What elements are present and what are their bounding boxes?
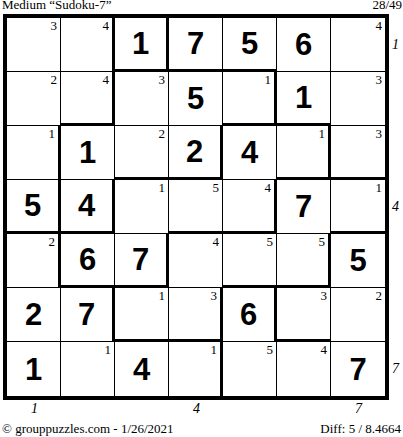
cell-r5c7[interactable]: 5	[331, 234, 385, 288]
page-title: Medium “Sudoku-7”	[1, 0, 111, 12]
cell-r2c2[interactable]: 4	[61, 72, 115, 126]
cell-r7c1[interactable]: 1	[7, 342, 61, 396]
cell-r4c7[interactable]: 1	[331, 180, 385, 234]
cell-r6c3[interactable]: 1	[115, 288, 169, 342]
cell-r3c2[interactable]: 1	[61, 126, 115, 180]
pencil-mark: 2	[51, 72, 58, 87]
pencil-mark: 4	[321, 342, 328, 357]
cell-r5c6[interactable]: 5	[277, 234, 331, 288]
cell-value: 1	[25, 354, 42, 385]
cell-value: 5	[24, 190, 41, 221]
row-label-1: 1	[392, 37, 399, 53]
pencil-mark: 3	[51, 18, 58, 33]
cell-r4c5[interactable]: 4	[223, 180, 277, 234]
cell-r6c4[interactable]: 3	[169, 288, 223, 342]
footer: © grouppuzzles.com - 1/26/2021 Diff: 5 /…	[0, 421, 403, 437]
cell-r4c3[interactable]: 1	[115, 180, 169, 234]
pencil-mark: 1	[265, 72, 272, 87]
cell-value: 2	[186, 136, 203, 167]
pencil-mark: 5	[267, 234, 274, 249]
cell-value: 6	[240, 299, 257, 330]
col-label-7: 7	[355, 401, 362, 417]
cell-r7c4[interactable]: 1	[169, 342, 223, 396]
pencil-mark: 3	[376, 72, 383, 87]
cell-value: 7	[349, 354, 366, 385]
puzzle-page: Medium “Sudoku-7” 28/49 3417564243511311…	[0, 0, 403, 437]
cell-r6c6[interactable]: 3	[277, 288, 331, 342]
cell-r2c6[interactable]: 1	[277, 72, 331, 126]
cell-r6c1[interactable]: 2	[7, 288, 61, 342]
cell-value: 7	[295, 191, 312, 222]
cell-r3c3[interactable]: 2	[115, 126, 169, 180]
cell-value: 5	[349, 245, 366, 276]
cell-value: 7	[187, 28, 204, 59]
cell-value: 5	[241, 28, 258, 59]
cell-r1c7[interactable]: 4	[331, 18, 385, 72]
row-label-7: 7	[392, 361, 399, 377]
cell-value: 1	[132, 28, 149, 59]
copyright-text: © grouppuzzles.com - 1/26/2021	[2, 421, 174, 437]
cell-value: 4	[241, 137, 258, 168]
pencil-mark: 4	[265, 180, 272, 195]
cell-r2c4[interactable]: 5	[169, 72, 223, 126]
header: Medium “Sudoku-7” 28/49	[0, 0, 403, 12]
cell-r7c3[interactable]: 4	[115, 342, 169, 396]
cell-r1c6[interactable]: 6	[277, 18, 331, 72]
cell-value: 6	[295, 29, 312, 60]
pencil-mark: 2	[376, 288, 383, 303]
cell-r5c5[interactable]: 5	[223, 234, 277, 288]
col-label-1: 1	[31, 401, 38, 417]
cell-value: 2	[25, 299, 42, 330]
pencil-mark: 1	[211, 342, 218, 357]
pencil-mark: 5	[213, 180, 220, 195]
pencil-mark: 1	[49, 126, 56, 141]
cell-r2c5[interactable]: 1	[223, 72, 277, 126]
cell-r5c2[interactable]: 6	[61, 234, 115, 288]
cell-r7c6[interactable]: 4	[277, 342, 331, 396]
pencil-mark: 5	[319, 234, 326, 249]
cell-r1c3[interactable]: 1	[115, 18, 169, 72]
pencil-mark: 1	[319, 126, 326, 141]
cell-r1c2[interactable]: 4	[61, 18, 115, 72]
cell-r2c1[interactable]: 2	[7, 72, 61, 126]
pencil-mark: 1	[159, 288, 166, 303]
row-label-4: 4	[392, 199, 399, 215]
cell-r5c4[interactable]: 4	[169, 234, 223, 288]
cell-r5c3[interactable]: 7	[115, 234, 169, 288]
pencil-mark: 1	[105, 342, 112, 357]
cell-value: 4	[78, 190, 95, 221]
pencil-mark: 1	[376, 180, 383, 195]
cell-r1c4[interactable]: 7	[169, 18, 223, 72]
cell-r3c7[interactable]: 3	[331, 126, 385, 180]
board: 3417564243511311224135415471267455527136…	[3, 14, 389, 400]
cell-value: 5	[187, 83, 204, 114]
remaining-counter: 28/49	[372, 0, 402, 12]
pencil-mark: 2	[159, 126, 166, 141]
cell-r4c1[interactable]: 5	[7, 180, 61, 234]
cell-value: 1	[79, 137, 96, 168]
cell-r7c5[interactable]: 5	[223, 342, 277, 396]
pencil-mark: 1	[159, 180, 166, 195]
pencil-mark: 5	[267, 342, 274, 357]
cell-r7c7[interactable]: 7	[331, 342, 385, 396]
pencil-mark: 3	[159, 72, 166, 87]
cell-value: 7	[132, 244, 149, 275]
cell-value: 6	[79, 244, 96, 275]
cell-r1c1[interactable]: 3	[7, 18, 61, 72]
pencil-mark: 3	[321, 288, 328, 303]
cell-r6c2[interactable]: 7	[61, 288, 115, 342]
pencil-mark: 4	[103, 72, 110, 87]
pencil-mark: 4	[376, 18, 383, 33]
cell-value: 4	[133, 354, 150, 385]
cell-r5c1[interactable]: 2	[7, 234, 61, 288]
pencil-mark: 4	[213, 234, 220, 249]
cell-value: 7	[78, 299, 95, 330]
cell-r4c2[interactable]: 4	[61, 180, 115, 234]
cell-r3c4[interactable]: 2	[169, 126, 223, 180]
cell-r4c6[interactable]: 7	[277, 180, 331, 234]
pencil-mark: 4	[103, 18, 110, 33]
cell-r3c5[interactable]: 4	[223, 126, 277, 180]
pencil-mark: 3	[376, 126, 383, 141]
cell-r3c6[interactable]: 1	[277, 126, 331, 180]
cell-r6c5[interactable]: 6	[223, 288, 277, 342]
pencil-mark: 2	[49, 234, 56, 249]
cell-r2c7[interactable]: 3	[331, 72, 385, 126]
cell-r2c3[interactable]: 3	[115, 72, 169, 126]
difficulty-text: Diff: 5 / 8.4664	[320, 421, 401, 437]
col-label-4: 4	[193, 401, 200, 417]
cell-r4c4[interactable]: 5	[169, 180, 223, 234]
cell-r7c2[interactable]: 1	[61, 342, 115, 396]
cell-value: 1	[295, 82, 312, 113]
cell-r3c1[interactable]: 1	[7, 126, 61, 180]
cell-r1c5[interactable]: 5	[223, 18, 277, 72]
cell-r6c7[interactable]: 2	[331, 288, 385, 342]
pencil-mark: 3	[211, 288, 218, 303]
